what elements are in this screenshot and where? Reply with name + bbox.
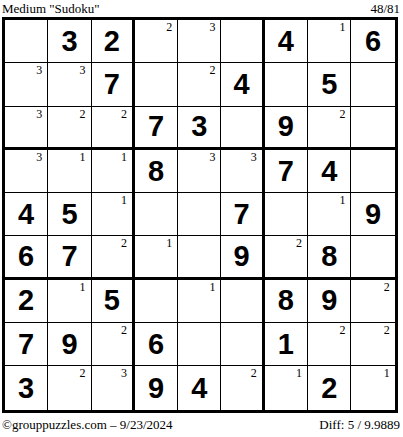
pencil-mark: 2	[121, 237, 127, 250]
cell-r3c8[interactable]: 2	[308, 107, 351, 150]
given-digit: 7	[278, 157, 294, 186]
pencil-mark: 1	[121, 194, 127, 207]
cell-r1c6[interactable]	[221, 20, 264, 63]
cell-r3c6[interactable]	[221, 107, 264, 150]
cell-r9c2[interactable]: 2	[48, 366, 91, 409]
cell-r4c7[interactable]: 7	[265, 150, 308, 193]
cell-r3c3[interactable]: 2	[92, 107, 135, 150]
cell-r9c9[interactable]: 1	[351, 366, 394, 409]
given-digit: 9	[148, 374, 164, 403]
given-digit: 3	[18, 374, 34, 403]
cell-r3c7[interactable]: 9	[265, 107, 308, 150]
cell-r1c4[interactable]: 2	[135, 20, 178, 63]
pencil-mark: 3	[36, 108, 42, 121]
cell-r5c1[interactable]: 4	[5, 193, 48, 236]
given-digit: 7	[61, 242, 77, 271]
cell-r2c4[interactable]	[135, 63, 178, 106]
cell-r4c4[interactable]: 8	[135, 150, 178, 193]
cell-r5c3[interactable]: 1	[92, 193, 135, 236]
pencil-mark: 1	[80, 281, 86, 294]
cell-r7c5[interactable]: 1	[178, 280, 221, 323]
cell-r9c7[interactable]: 1	[265, 366, 308, 409]
given-digit: 9	[278, 112, 294, 141]
cell-r1c1[interactable]	[5, 20, 48, 63]
cell-r8c8[interactable]: 2	[308, 323, 351, 366]
cell-r4c1[interactable]: 3	[5, 150, 48, 193]
cell-r5c8[interactable]: 1	[308, 193, 351, 236]
cell-r7c3[interactable]: 5	[92, 280, 135, 323]
cell-r1c7[interactable]: 4	[265, 20, 308, 63]
pencil-mark: 1	[339, 21, 345, 34]
pencil-mark: 1	[339, 194, 345, 207]
given-digit: 5	[321, 70, 337, 99]
pencil-mark: 1	[166, 237, 172, 250]
given-digit: 4	[18, 200, 34, 229]
cell-r3c1[interactable]: 3	[5, 107, 48, 150]
cell-r5c6[interactable]: 7	[221, 193, 264, 236]
cell-r1c2[interactable]: 3	[48, 20, 91, 63]
cell-r8c1[interactable]: 7	[5, 323, 48, 366]
given-digit: 4	[278, 27, 294, 56]
given-digit: 9	[321, 286, 337, 315]
cell-r1c8[interactable]: 1	[308, 20, 351, 63]
cell-r6c2[interactable]: 7	[48, 236, 91, 279]
cell-r1c9[interactable]: 6	[351, 20, 394, 63]
given-digit: 3	[191, 112, 207, 141]
cell-r7c8[interactable]: 9	[308, 280, 351, 323]
sudoku-grid: 3223416337245322739231183374451719672192…	[5, 20, 395, 410]
cell-r7c7[interactable]: 8	[265, 280, 308, 323]
pencil-mark: 3	[80, 64, 86, 77]
given-digit: 4	[191, 374, 207, 403]
pencil-mark: 1	[384, 367, 390, 380]
cell-counter: 48/81	[370, 1, 400, 17]
cell-r6c5[interactable]	[178, 236, 221, 279]
given-digit: 6	[148, 330, 164, 359]
given-digit: 3	[61, 27, 77, 56]
given-digit: 2	[104, 27, 120, 56]
cell-r6c4[interactable]: 1	[135, 236, 178, 279]
cell-r6c9[interactable]	[351, 236, 394, 279]
pencil-mark: 2	[121, 324, 127, 337]
cell-r6c7[interactable]: 2	[265, 236, 308, 279]
cell-r3c2[interactable]: 2	[48, 107, 91, 150]
sudoku-board: 3223416337245322739231183374451719672192…	[2, 17, 398, 413]
cell-r6c6[interactable]: 9	[221, 236, 264, 279]
pencil-mark: 1	[80, 151, 86, 164]
header: Medium "Sudoku" 48/81	[0, 0, 403, 17]
cell-r5c9[interactable]: 9	[351, 193, 394, 236]
pencil-mark: 1	[209, 281, 215, 294]
given-digit: 4	[234, 70, 250, 99]
cell-r7c2[interactable]: 1	[48, 280, 91, 323]
given-digit: 7	[18, 330, 34, 359]
copyright-text: ©grouppuzzles.com – 9/23/2024	[2, 417, 173, 433]
cell-r5c5[interactable]	[178, 193, 221, 236]
cell-r2c5[interactable]: 2	[178, 63, 221, 106]
cell-r8c5[interactable]	[178, 323, 221, 366]
cell-r2c6[interactable]: 4	[221, 63, 264, 106]
given-digit: 7	[148, 112, 164, 141]
cell-r4c2[interactable]: 1	[48, 150, 91, 193]
pencil-mark: 2	[384, 324, 390, 337]
cell-r5c2[interactable]: 5	[48, 193, 91, 236]
given-digit: 2	[18, 286, 34, 315]
given-digit: 7	[234, 200, 250, 229]
cell-r9c8[interactable]: 2	[308, 366, 351, 409]
puzzle-title: Medium "Sudoku"	[2, 1, 100, 17]
cell-r8c4[interactable]: 6	[135, 323, 178, 366]
cell-r3c4[interactable]: 7	[135, 107, 178, 150]
pencil-mark: 2	[209, 64, 215, 77]
cell-r8c2[interactable]: 9	[48, 323, 91, 366]
cell-r5c4[interactable]	[135, 193, 178, 236]
pencil-mark: 3	[209, 21, 215, 34]
pencil-mark: 2	[80, 367, 86, 380]
difficulty-text: Diff: 5 / 9.9889	[319, 417, 400, 433]
cell-r4c8[interactable]: 4	[308, 150, 351, 193]
cell-r2c2[interactable]: 3	[48, 63, 91, 106]
pencil-mark: 3	[209, 151, 215, 164]
pencil-mark: 3	[251, 151, 257, 164]
cell-r4c9[interactable]	[351, 150, 394, 193]
given-digit: 6	[365, 27, 381, 56]
given-digit: 6	[18, 242, 34, 271]
cell-r2c7[interactable]	[265, 63, 308, 106]
pencil-mark: 2	[339, 324, 345, 337]
cell-r8c7[interactable]: 1	[265, 323, 308, 366]
given-digit: 4	[321, 157, 337, 186]
cell-r3c5[interactable]: 3	[178, 107, 221, 150]
pencil-mark: 2	[166, 21, 172, 34]
cell-r7c6[interactable]	[221, 280, 264, 323]
cell-r1c3[interactable]: 2	[92, 20, 135, 63]
cell-r4c3[interactable]: 1	[92, 150, 135, 193]
given-digit: 9	[61, 330, 77, 359]
cell-r5c7[interactable]	[265, 193, 308, 236]
cell-r2c9[interactable]	[351, 63, 394, 106]
pencil-mark: 2	[339, 108, 345, 121]
given-digit: 5	[61, 200, 77, 229]
cell-r2c3[interactable]: 7	[92, 63, 135, 106]
pencil-mark: 2	[80, 108, 86, 121]
cell-r6c3[interactable]: 2	[92, 236, 135, 279]
given-digit: 5	[104, 286, 120, 315]
given-digit: 9	[365, 200, 381, 229]
given-digit: 7	[104, 70, 120, 99]
pencil-mark: 3	[36, 151, 42, 164]
pencil-mark: 2	[296, 237, 302, 250]
cell-r7c4[interactable]	[135, 280, 178, 323]
given-digit: 1	[278, 330, 294, 359]
given-digit: 2	[321, 374, 337, 403]
cell-r9c6[interactable]: 2	[221, 366, 264, 409]
cell-r7c9[interactable]: 2	[351, 280, 394, 323]
cell-r6c1[interactable]: 6	[5, 236, 48, 279]
cell-r7c1[interactable]: 2	[5, 280, 48, 323]
pencil-mark: 2	[384, 281, 390, 294]
cell-r8c6[interactable]	[221, 323, 264, 366]
cell-r8c3[interactable]: 2	[92, 323, 135, 366]
given-digit: 8	[278, 286, 294, 315]
cell-r4c6[interactable]: 3	[221, 150, 264, 193]
pencil-mark: 2	[251, 367, 257, 380]
pencil-mark: 1	[121, 151, 127, 164]
cell-r6c8[interactable]: 8	[308, 236, 351, 279]
cell-r1c5[interactable]: 3	[178, 20, 221, 63]
cell-r9c1[interactable]: 3	[5, 366, 48, 409]
pencil-mark: 3	[121, 367, 127, 380]
given-digit: 8	[321, 242, 337, 271]
given-digit: 8	[148, 157, 164, 186]
cell-r9c3[interactable]: 3	[92, 366, 135, 409]
cell-r2c1[interactable]: 3	[5, 63, 48, 106]
cell-r4c5[interactable]: 3	[178, 150, 221, 193]
cell-r9c5[interactable]: 4	[178, 366, 221, 409]
pencil-mark: 3	[36, 64, 42, 77]
cell-r2c8[interactable]: 5	[308, 63, 351, 106]
cell-r8c9[interactable]: 2	[351, 323, 394, 366]
cell-r9c4[interactable]: 9	[135, 366, 178, 409]
pencil-mark: 2	[121, 108, 127, 121]
footer: ©grouppuzzles.com – 9/23/2024 Diff: 5 / …	[0, 413, 403, 433]
cell-r3c9[interactable]	[351, 107, 394, 150]
pencil-mark: 1	[296, 367, 302, 380]
given-digit: 9	[234, 242, 250, 271]
